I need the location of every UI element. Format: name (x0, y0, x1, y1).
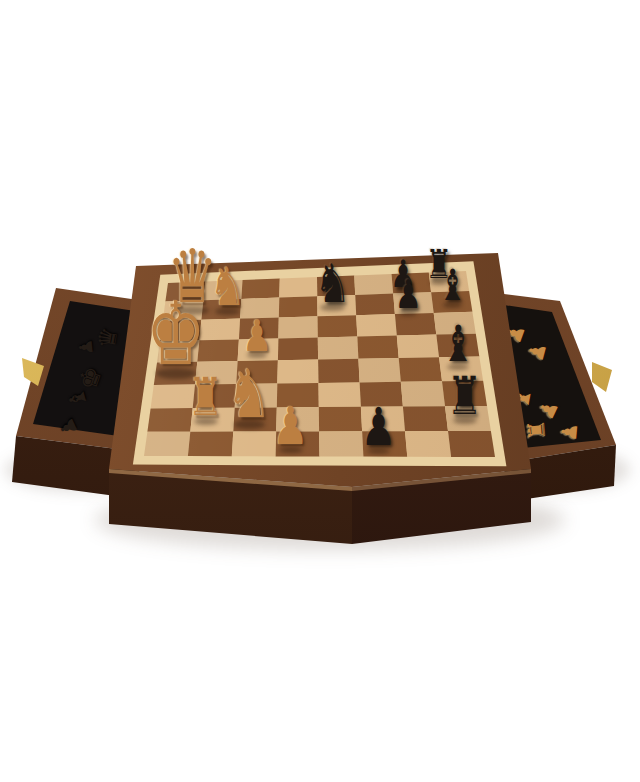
piece-black-bishop-h4[interactable]: ♝ (441, 320, 475, 370)
right-drawer-rim[interactable] (0, 0, 640, 782)
drawer-piece-black-pawn[interactable]: ♟ (76, 338, 95, 356)
left-drawer-rim[interactable] (0, 0, 640, 782)
square-h3[interactable] (0, 0, 640, 782)
square-a4[interactable] (0, 0, 640, 782)
brass-latch-left-icon[interactable] (0, 0, 640, 782)
square-g7[interactable] (0, 0, 640, 782)
piece-white-knight-b7[interactable]: ♞ (209, 260, 245, 314)
chess-board[interactable] (0, 0, 640, 782)
piece-white-pawn-c5[interactable]: ♟ (242, 313, 272, 357)
square-c2[interactable] (0, 0, 640, 782)
box-edge-highlight-right (0, 0, 640, 782)
square-a5[interactable] (0, 0, 640, 782)
piece-shadow (156, 368, 196, 379)
box-edge-highlight-left (0, 0, 640, 782)
square-e7[interactable] (0, 0, 640, 782)
piece-shadow (395, 289, 412, 294)
cast-shadows (0, 0, 640, 782)
square-b3[interactable] (0, 0, 640, 782)
square-b8[interactable] (0, 0, 640, 782)
square-a2[interactable] (0, 0, 640, 782)
square-d8[interactable] (0, 0, 640, 782)
square-g2[interactable] (0, 0, 640, 782)
drawer-piece-white-pawn[interactable]: ♟ (536, 397, 563, 423)
box-front-left-face (0, 0, 640, 782)
square-h6[interactable] (0, 0, 640, 782)
piece-white-king-a4[interactable]: ♚ (146, 289, 206, 377)
drawer-piece-white-pawn[interactable]: ♟ (559, 422, 582, 443)
left-drawer-front (0, 0, 640, 782)
piece-white-pawn-d1[interactable]: ♟ (273, 400, 309, 452)
square-g6[interactable] (0, 0, 640, 782)
right-drawer-shadow (490, 448, 630, 492)
square-f2[interactable] (0, 0, 640, 782)
square-b5[interactable] (0, 0, 640, 782)
chess-set-product-photo: ♛♟♚♝♟ ♟♟♝♟♜♟ ♟♜♛♞♞♟♝♟♚♝♜♞♜♟♟ (0, 0, 640, 782)
drawer-piece-black-pawn[interactable]: ♟ (55, 415, 81, 440)
square-f3[interactable] (0, 0, 640, 782)
square-e4[interactable] (0, 0, 640, 782)
square-d7[interactable] (0, 0, 640, 782)
maple-inlay-border (0, 0, 640, 782)
square-f4[interactable] (0, 0, 640, 782)
square-a7[interactable] (0, 0, 640, 782)
square-g8[interactable] (0, 0, 640, 782)
drawer-piece-black-bishop[interactable]: ♝ (65, 386, 91, 411)
piece-shadow (175, 306, 209, 316)
square-c5[interactable] (0, 0, 640, 782)
piece-black-pawn-f1[interactable]: ♟ (361, 401, 397, 453)
piece-shadow (430, 280, 448, 285)
chess-box (0, 0, 640, 782)
piece-black-pawn-g7[interactable]: ♟ (395, 276, 422, 316)
square-h2[interactable] (0, 0, 640, 782)
square-f7[interactable] (0, 0, 640, 782)
square-f1[interactable] (0, 0, 640, 782)
piece-shadow (367, 448, 391, 455)
square-c4[interactable] (0, 0, 640, 782)
right-drawer-front (0, 0, 640, 782)
board-pieces[interactable]: ♟♜♛♞♞♟♝♟♚♝♜♞♜♟♟ (0, 0, 640, 782)
square-a6[interactable] (0, 0, 640, 782)
square-c1[interactable] (0, 0, 640, 782)
square-g4[interactable] (0, 0, 640, 782)
square-d3[interactable] (0, 0, 640, 782)
square-e2[interactable] (0, 0, 640, 782)
piece-shadow (399, 311, 417, 316)
drawer-piece-white-pawn[interactable]: ♟ (525, 340, 550, 364)
square-c6[interactable] (0, 0, 640, 782)
square-a3[interactable] (0, 0, 640, 782)
square-f5[interactable] (0, 0, 640, 782)
square-c3[interactable] (0, 0, 640, 782)
piece-shadow (215, 308, 239, 315)
square-f8[interactable] (0, 0, 640, 782)
piece-shadow (247, 352, 267, 358)
square-e6[interactable] (0, 0, 640, 782)
box-shadow (95, 490, 565, 550)
square-e5[interactable] (0, 0, 640, 782)
right-drawer-felt (0, 0, 640, 782)
square-h4[interactable] (0, 0, 640, 782)
square-b7[interactable] (0, 0, 640, 782)
piece-black-pawn-g8[interactable]: ♟ (390, 255, 416, 293)
square-b1[interactable] (0, 0, 640, 782)
square-c7[interactable] (0, 0, 640, 782)
drawer-piece-white-bishop[interactable]: ♝ (507, 385, 536, 411)
piece-black-knight-e7[interactable]: ♞ (314, 257, 350, 311)
brass-latch-right-icon[interactable] (0, 0, 640, 782)
piece-black-bishop-h7[interactable]: ♝ (438, 264, 467, 307)
square-c8[interactable] (0, 0, 640, 782)
right-drawer[interactable]: ♟♟♝♟♜♟ (0, 0, 640, 782)
square-e8[interactable] (0, 0, 640, 782)
square-d6[interactable] (0, 0, 640, 782)
piece-black-rook-h8[interactable]: ♜ (425, 245, 452, 285)
drawer-piece-black-king[interactable]: ♚ (74, 363, 106, 394)
piece-shadow (320, 304, 344, 311)
square-b6[interactable] (0, 0, 640, 782)
left-drawer-shadow (5, 448, 155, 492)
piece-shadow (234, 420, 265, 429)
square-g5[interactable] (0, 0, 640, 782)
square-d5[interactable] (0, 0, 640, 782)
piece-shadow (279, 447, 303, 454)
square-e3[interactable] (0, 0, 640, 782)
piece-black-rook-h2[interactable]: ♜ (447, 370, 483, 423)
square-f6[interactable] (0, 0, 640, 782)
square-g1[interactable] (0, 0, 640, 782)
square-d2[interactable] (0, 0, 640, 782)
square-b2[interactable] (0, 0, 640, 782)
box-front-right-face (0, 0, 640, 782)
board-sheen (0, 0, 640, 782)
left-drawer-felt (0, 0, 640, 782)
square-e1[interactable] (0, 0, 640, 782)
square-h1[interactable] (0, 0, 640, 782)
square-a8[interactable] (0, 0, 640, 782)
piece-shadow (453, 417, 477, 424)
piece-shadow (443, 302, 463, 308)
piece-white-knight-c2[interactable]: ♞ (226, 360, 272, 427)
square-a1[interactable] (0, 0, 640, 782)
left-drawer[interactable]: ♛♟♚♝♟ (0, 0, 640, 782)
square-h7[interactable] (0, 0, 640, 782)
piece-shadow (447, 364, 470, 370)
square-d1[interactable] (0, 0, 640, 782)
drawer-piece-white-pawn[interactable]: ♟ (503, 322, 529, 347)
square-d4[interactable] (0, 0, 640, 782)
piece-shadow (194, 418, 218, 425)
piece-white-queen-a7[interactable]: ♛ (167, 240, 217, 314)
square-h8[interactable] (0, 0, 640, 782)
square-h5[interactable] (0, 0, 640, 782)
square-b4[interactable] (0, 0, 640, 782)
drawer-piece-black-queen[interactable]: ♛ (94, 325, 121, 350)
square-g3[interactable] (0, 0, 640, 782)
drawer-piece-white-rook[interactable]: ♜ (525, 419, 550, 442)
piece-white-rook-b2[interactable]: ♜ (188, 372, 224, 425)
box-top-frame (0, 0, 640, 782)
